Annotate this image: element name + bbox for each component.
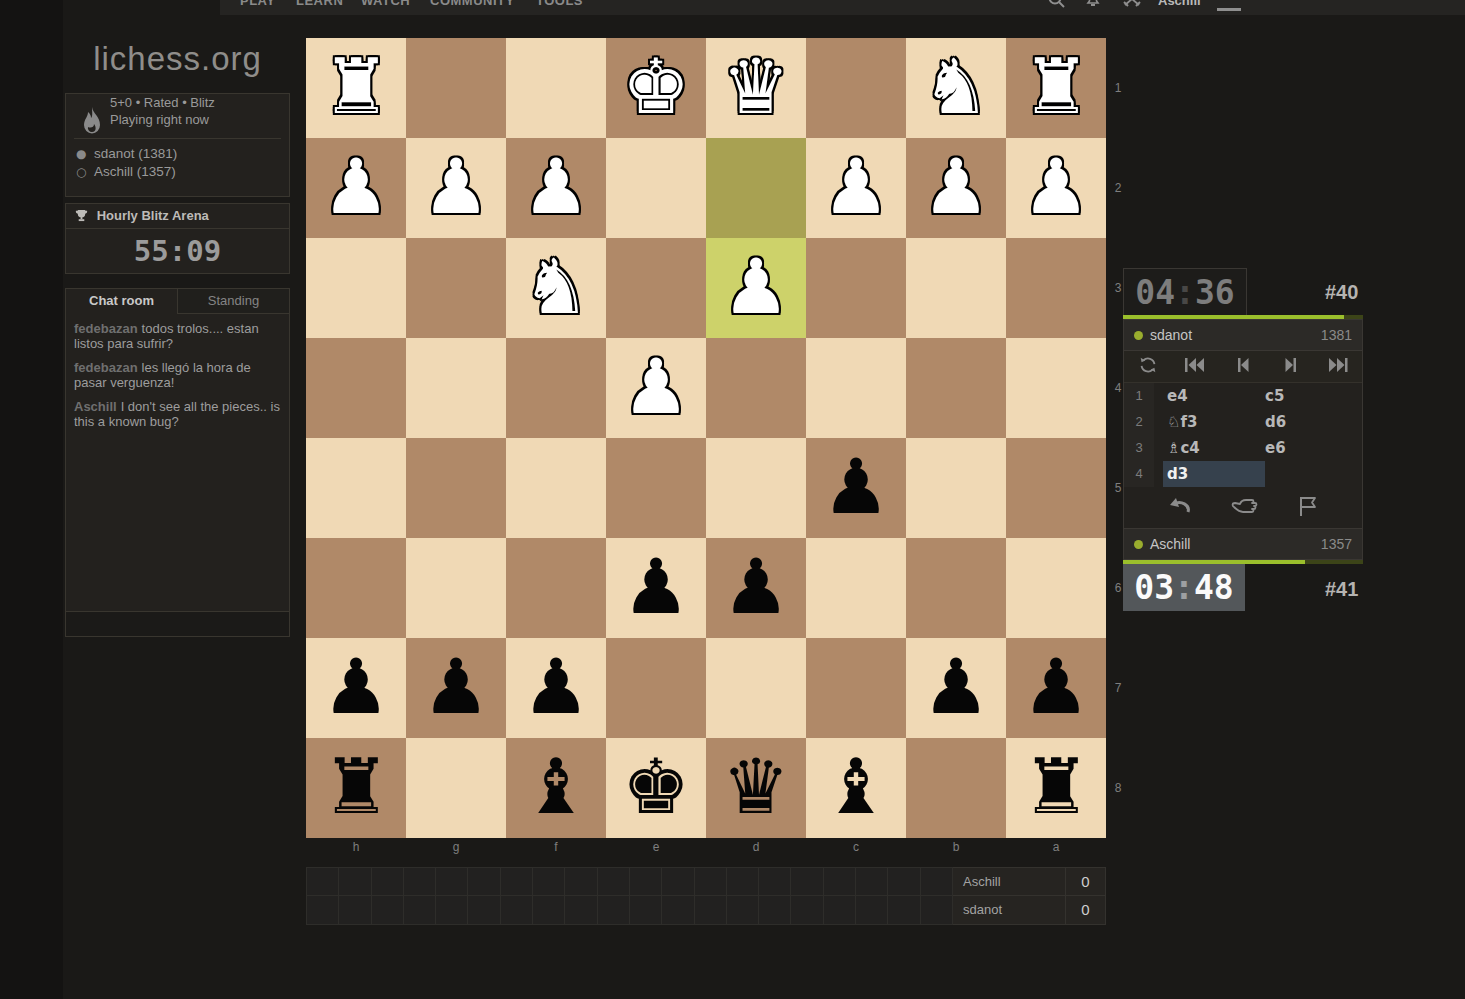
crosstable-empty-cell: [888, 896, 920, 925]
tournament-clock: 55:09: [66, 229, 289, 274]
crosstable-empty-cell: [791, 867, 823, 896]
square-d3[interactable]: ♟: [706, 238, 806, 338]
game-info-box: 5+0 • Rated • Blitz Playing right now ●s…: [65, 93, 290, 197]
square-b3[interactable]: [906, 238, 1006, 338]
last-icon[interactable]: [1314, 356, 1362, 378]
square-d8[interactable]: ♛: [706, 738, 806, 838]
move-white-selected[interactable]: d3: [1163, 461, 1265, 487]
square-f2[interactable]: ♟: [506, 138, 606, 238]
crossed-swords-icon[interactable]: [1122, 0, 1142, 12]
square-h5[interactable]: [306, 438, 406, 538]
crosstable-score: 0: [1066, 896, 1106, 925]
rank-label-7: 7: [1109, 638, 1127, 738]
crosstable-empty-cell: [372, 867, 404, 896]
nav-play[interactable]: PLAY: [240, 0, 275, 8]
file-coordinates: hgfedcba: [306, 840, 1106, 856]
square-c6[interactable]: [806, 538, 906, 638]
crosstable-empty-cell: [339, 896, 371, 925]
square-a3[interactable]: [1006, 238, 1106, 338]
square-f6[interactable]: [506, 538, 606, 638]
move-black[interactable]: c5: [1265, 383, 1362, 409]
bell-icon[interactable]: [1084, 0, 1102, 12]
square-g5[interactable]: [406, 438, 506, 538]
square-h8[interactable]: ♜: [306, 738, 406, 838]
square-e4[interactable]: ♟: [606, 338, 706, 438]
opponent-rating: 1381: [1321, 320, 1352, 350]
move-black[interactable]: [1265, 461, 1362, 487]
game-info-line1: 5+0 • Rated • Blitz: [110, 94, 289, 111]
move-number: 4: [1124, 461, 1154, 487]
move-black[interactable]: d6: [1265, 409, 1362, 435]
crosstable-player-name: sdanot: [953, 896, 1066, 925]
crosstable-empty-cell: [921, 896, 953, 925]
chat-messages: fedebazantodos trolos.... estan listos p…: [66, 314, 289, 611]
rank-label-8: 8: [1109, 738, 1127, 838]
white-pawn[interactable]: ♟: [806, 138, 906, 238]
nav-watch[interactable]: WATCH: [361, 0, 410, 8]
chat-username[interactable]: fedebazan: [74, 360, 138, 375]
crosstable-empty-cell: [501, 867, 533, 896]
square-a7[interactable]: ♟: [1006, 638, 1106, 738]
square-b6[interactable]: [906, 538, 1006, 638]
square-e5[interactable]: [606, 438, 706, 538]
square-h2[interactable]: ♟: [306, 138, 406, 238]
crosstable: Aschill 0 sdanot 0: [306, 867, 1106, 925]
square-f1[interactable]: [506, 38, 606, 138]
move-black[interactable]: e6: [1265, 435, 1362, 461]
crosstable-empty-cell: [759, 867, 791, 896]
white-pawn[interactable]: ♟: [406, 138, 506, 238]
chat-message: AschillI don't see all the pieces.. is t…: [74, 399, 281, 429]
crosstable-empty-cell: [695, 896, 727, 925]
square-f8[interactable]: ♝: [506, 738, 606, 838]
black-rook[interactable]: ♜: [1006, 738, 1106, 838]
square-d6[interactable]: ♟: [706, 538, 806, 638]
square-g3[interactable]: [406, 238, 506, 338]
header-username[interactable]: Aschill: [1158, 0, 1201, 8]
crosstable-empty-cell: [436, 896, 468, 925]
square-g1[interactable]: [406, 38, 506, 138]
move-white[interactable]: ♗c4: [1163, 435, 1265, 461]
black-bishop[interactable]: ♝: [806, 738, 906, 838]
crosstable-empty-cell: [501, 896, 533, 925]
chat-username[interactable]: Aschill: [74, 399, 117, 414]
move-number: 2: [1124, 409, 1154, 435]
crosstable-empty-cell: [759, 896, 791, 925]
square-a2[interactable]: ♟: [1006, 138, 1106, 238]
square-b2[interactable]: ♟: [906, 138, 1006, 238]
file-label-e: e: [606, 840, 706, 854]
white-queen[interactable]: ♛: [706, 38, 806, 138]
crosstable-empty-cell: [727, 896, 759, 925]
flip-icon[interactable]: [1124, 354, 1172, 380]
white-pawn[interactable]: ♟: [606, 338, 706, 438]
file-label-a: a: [1006, 840, 1106, 854]
game-info-player-white[interactable]: ●sdanot (1381): [76, 145, 289, 163]
crosstable-empty-cell: [468, 867, 500, 896]
square-a8[interactable]: ♜: [1006, 738, 1106, 838]
crosstable-empty-cell: [921, 867, 953, 896]
square-a5[interactable]: [1006, 438, 1106, 538]
file-label-c: c: [806, 840, 906, 854]
tab-standing[interactable]: Standing: [177, 289, 289, 314]
online-dot: [1134, 540, 1143, 549]
square-f3[interactable]: ♞: [506, 238, 606, 338]
crosstable-empty-cell: [630, 896, 662, 925]
nav-tools[interactable]: TOOLS: [536, 0, 583, 8]
crosstable-empty-cell: [824, 867, 856, 896]
crosstable-score: 0: [1066, 867, 1106, 896]
crosstable-empty-cell: [533, 896, 565, 925]
square-c8[interactable]: ♝: [806, 738, 906, 838]
opponent-name[interactable]: sdanot: [1150, 327, 1192, 343]
rank-label-2: 2: [1109, 138, 1127, 238]
white-pawn[interactable]: ♟: [906, 138, 1006, 238]
game-info-line2: Playing right now: [110, 111, 289, 128]
white-rook[interactable]: ♜: [306, 38, 406, 138]
crosstable-empty-cell: [727, 867, 759, 896]
nav-learn[interactable]: LEARN: [296, 0, 343, 8]
crosstable-player-name: Aschill: [953, 867, 1066, 896]
crosstable-empty-cell: [888, 867, 920, 896]
square-f7[interactable]: ♟: [506, 638, 606, 738]
white-king[interactable]: ♚: [606, 38, 706, 138]
white-pawn[interactable]: ♟: [306, 138, 406, 238]
move-white[interactable]: ♘f3: [1163, 409, 1265, 435]
crosstable-empty-cell: [565, 867, 597, 896]
square-h3[interactable]: [306, 238, 406, 338]
black-pawn[interactable]: ♟: [506, 638, 606, 738]
white-player-marker: ●: [76, 145, 94, 163]
crosstable-empty-cell: [339, 867, 371, 896]
square-b7[interactable]: ♟: [906, 638, 1006, 738]
white-rook[interactable]: ♜: [1006, 38, 1106, 138]
square-c3[interactable]: [806, 238, 906, 338]
next-icon[interactable]: [1267, 356, 1315, 378]
crosstable-empty-cell: [791, 896, 823, 925]
square-a4[interactable]: [1006, 338, 1106, 438]
nav-community[interactable]: COMMUNITY: [430, 0, 515, 8]
flame-icon: [79, 106, 105, 143]
site-logo[interactable]: lichess.org: [65, 40, 290, 78]
crosstable-empty-cell: [436, 867, 468, 896]
white-knight[interactable]: ♞: [906, 38, 1006, 138]
file-label-h: h: [306, 840, 406, 854]
black-bishop[interactable]: ♝: [506, 738, 606, 838]
square-d2[interactable]: [706, 138, 806, 238]
move-number: 1: [1124, 383, 1154, 409]
square-a6[interactable]: [1006, 538, 1106, 638]
square-e8[interactable]: ♚: [606, 738, 706, 838]
square-c5[interactable]: ♟: [806, 438, 906, 538]
crosstable-row: Aschill 0: [306, 867, 1106, 896]
chat-input[interactable]: [66, 611, 289, 636]
black-player-marker: ○: [76, 163, 94, 181]
file-label-d: d: [706, 840, 806, 854]
player-game-number: #41: [1325, 578, 1358, 601]
crosstable-empty-cell: [533, 867, 565, 896]
crosstable-empty-cell: [598, 867, 630, 896]
resign-icon[interactable]: [1296, 494, 1320, 522]
previous-icon[interactable]: [1219, 356, 1267, 378]
black-queen[interactable]: ♛: [706, 738, 806, 838]
chat-box: Chat room Standing fedebazantodos trolos…: [65, 288, 290, 637]
crosstable-empty-cell: [306, 896, 339, 925]
player-name[interactable]: Aschill: [1150, 536, 1190, 552]
opponent-game-number: #40: [1325, 281, 1358, 304]
white-knight[interactable]: ♞: [506, 238, 606, 338]
move-row: 4 d3: [1124, 461, 1362, 487]
opponent-clock: 04:36: [1123, 268, 1247, 317]
square-e7[interactable]: [606, 638, 706, 738]
white-pawn[interactable]: ♟: [1006, 138, 1106, 238]
square-f4[interactable]: [506, 338, 606, 438]
first-icon[interactable]: [1172, 356, 1220, 378]
square-f5[interactable]: [506, 438, 606, 538]
black-pawn[interactable]: ♟: [706, 538, 806, 638]
chat-username[interactable]: fedebazan: [74, 321, 138, 336]
move-row: 1 e4 c5: [1124, 383, 1362, 409]
square-d1[interactable]: ♛: [706, 38, 806, 138]
square-c4[interactable]: [806, 338, 906, 438]
square-e6[interactable]: ♟: [606, 538, 706, 638]
game-info-player-black[interactable]: ○Aschill (1357): [76, 163, 289, 181]
game-side-box: sdanot 1381 1 e4 c5: [1123, 319, 1363, 560]
black-rook[interactable]: ♜: [306, 738, 406, 838]
chess-board: ♜♚♛♞♜♟♟♟♟♟♟♞♟♟♟♟♟♟♟♟♟♟♜♝♚♛♝♜: [306, 38, 1106, 838]
square-b4[interactable]: [906, 338, 1006, 438]
square-c2[interactable]: ♟: [806, 138, 906, 238]
crosstable-empty-cell: [404, 867, 436, 896]
search-icon[interactable]: [1047, 0, 1065, 12]
square-g8[interactable]: [406, 738, 506, 838]
trophy-icon: [75, 209, 88, 222]
square-g6[interactable]: [406, 538, 506, 638]
game-actions: [1124, 487, 1362, 529]
square-b8[interactable]: [906, 738, 1006, 838]
square-d4[interactable]: [706, 338, 806, 438]
tournament-box: Hourly Blitz Arena 55:09: [65, 203, 290, 274]
left-gutter: [0, 0, 63, 999]
lichess-game-page: PLAY LEARN WATCH COMMUNITY TOOLS Aschill…: [0, 0, 1465, 999]
square-e2[interactable]: [606, 138, 706, 238]
black-pawn[interactable]: ♟: [1006, 638, 1106, 738]
black-pawn[interactable]: ♟: [406, 638, 506, 738]
square-g2[interactable]: ♟: [406, 138, 506, 238]
square-g7[interactable]: ♟: [406, 638, 506, 738]
crosstable-empty-cell: [824, 896, 856, 925]
crosstable-cells: [306, 867, 953, 896]
tab-chat-room[interactable]: Chat room: [66, 289, 177, 314]
online-dot: [1134, 331, 1143, 340]
divider: [74, 138, 281, 139]
move-list: 1 e4 c5 2 ♘f3 d6 3 ♗c4 e6 4 d3: [1124, 383, 1362, 487]
square-a1[interactable]: ♜: [1006, 38, 1106, 138]
square-e3[interactable]: [606, 238, 706, 338]
top-nav: PLAY LEARN WATCH COMMUNITY TOOLS Aschill: [220, 0, 1465, 15]
crosstable-empty-cell: [404, 896, 436, 925]
square-d5[interactable]: [706, 438, 806, 538]
chat-message: fedebazanles llegó la hora de pasar verg…: [74, 360, 281, 390]
file-label-g: g: [406, 840, 506, 854]
crosstable-cells: [306, 896, 953, 925]
square-h6[interactable]: [306, 538, 406, 638]
crosstable-empty-cell: [662, 896, 694, 925]
crosstable-empty-cell: [856, 896, 888, 925]
offer-draw-icon[interactable]: [1230, 494, 1258, 522]
rank-label-1: 1: [1109, 38, 1127, 138]
crosstable-empty-cell: [598, 896, 630, 925]
black-pawn[interactable]: ♟: [306, 638, 406, 738]
crosstable-empty-cell: [630, 867, 662, 896]
crosstable-empty-cell: [372, 896, 404, 925]
square-h4[interactable]: [306, 338, 406, 438]
crosstable-row: sdanot 0: [306, 896, 1106, 925]
crosstable-empty-cell: [662, 867, 694, 896]
crosstable-empty-cell: [695, 867, 727, 896]
square-h1[interactable]: ♜: [306, 38, 406, 138]
square-h7[interactable]: ♟: [306, 638, 406, 738]
crosstable-empty-cell: [468, 896, 500, 925]
square-c7[interactable]: [806, 638, 906, 738]
crosstable-empty-cell: [856, 867, 888, 896]
black-pawn[interactable]: ♟: [906, 638, 1006, 738]
move-row: 3 ♗c4 e6: [1124, 435, 1362, 461]
square-b5[interactable]: [906, 438, 1006, 538]
black-pawn[interactable]: ♟: [806, 438, 906, 538]
square-d7[interactable]: [706, 638, 806, 738]
black-king[interactable]: ♚: [606, 738, 706, 838]
chat-tabs: Chat room Standing: [66, 289, 289, 314]
file-label-b: b: [906, 840, 1006, 854]
file-label-f: f: [506, 840, 606, 854]
black-pawn[interactable]: ♟: [606, 538, 706, 638]
takeback-icon[interactable]: [1166, 494, 1192, 522]
tournament-title[interactable]: Hourly Blitz Arena: [66, 204, 289, 229]
square-e1[interactable]: ♚: [606, 38, 706, 138]
player-row: Aschill 1357: [1124, 528, 1362, 559]
square-g4[interactable]: [406, 338, 506, 438]
chat-message: fedebazantodos trolos.... estan listos p…: [74, 321, 281, 351]
opponent-row: sdanot 1381: [1124, 320, 1362, 351]
white-pawn[interactable]: ♟: [706, 238, 806, 338]
white-pawn[interactable]: ♟: [506, 138, 606, 238]
square-b1[interactable]: ♞: [906, 38, 1006, 138]
move-white[interactable]: e4: [1163, 383, 1265, 409]
player-rating: 1357: [1321, 529, 1352, 559]
move-row: 2 ♘f3 d6: [1124, 409, 1362, 435]
crosstable-empty-cell: [306, 867, 339, 896]
player-clock: 03:48: [1123, 564, 1245, 611]
menu-icon[interactable]: [1217, 8, 1241, 11]
square-c1[interactable]: [806, 38, 906, 138]
move-number: 3: [1124, 435, 1154, 461]
replay-controls: [1124, 351, 1362, 383]
crosstable-empty-cell: [565, 896, 597, 925]
